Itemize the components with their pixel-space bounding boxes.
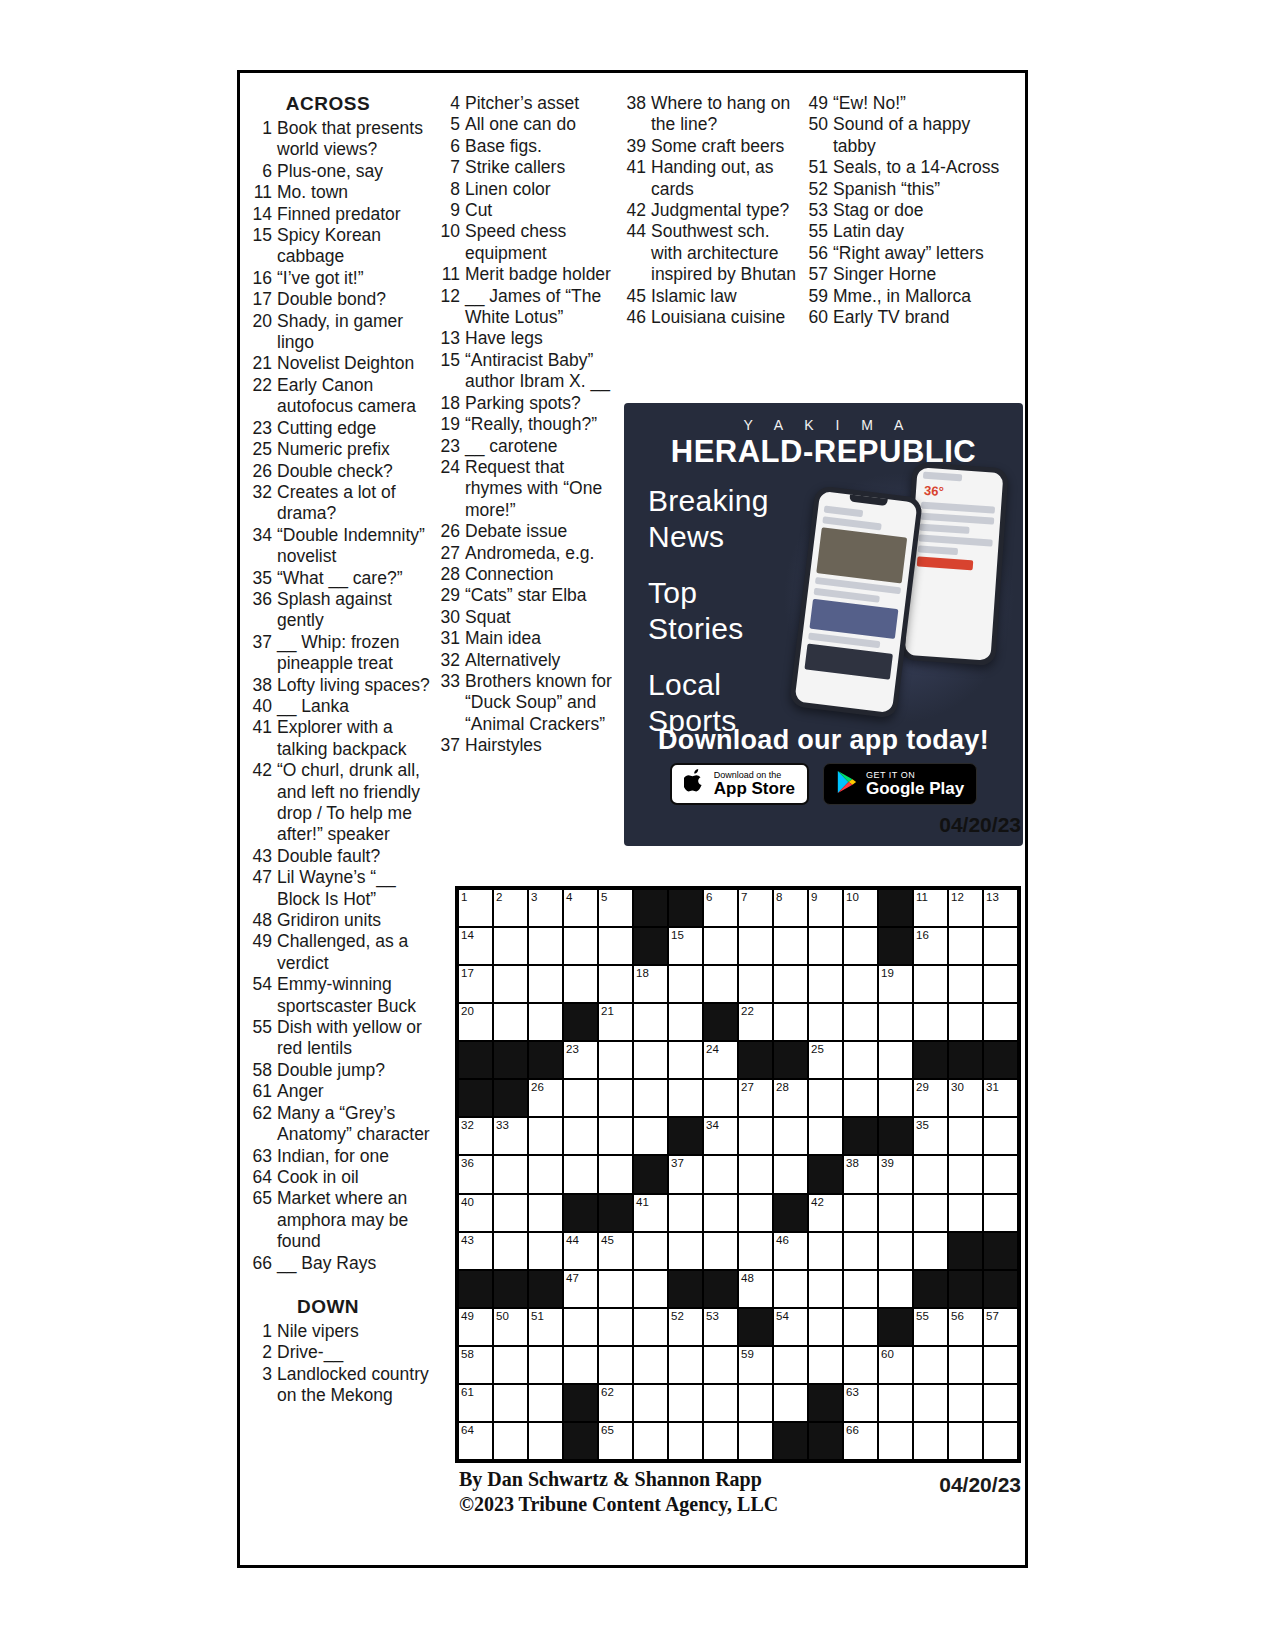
- clue-31: 31Main idea: [438, 628, 620, 649]
- cell-number: 12: [951, 890, 964, 904]
- grid-cell[interactable]: 51: [528, 1308, 563, 1346]
- clue-text: Alternatively: [465, 650, 620, 671]
- grid-cell[interactable]: 17: [458, 965, 493, 1003]
- grid-cell[interactable]: [633, 1117, 668, 1155]
- grid-cell[interactable]: [703, 1194, 738, 1232]
- grid-cell[interactable]: 65: [598, 1422, 633, 1460]
- cell-number: 34: [706, 1118, 719, 1132]
- grid-cell[interactable]: 23: [563, 1041, 598, 1079]
- clue-text: Some craft beers: [651, 136, 804, 157]
- grid-cell[interactable]: [843, 1194, 878, 1232]
- grid-cell[interactable]: 39: [878, 1155, 913, 1193]
- grid-cell[interactable]: [528, 1346, 563, 1384]
- grid-cell[interactable]: 61: [458, 1384, 493, 1422]
- grid-cell[interactable]: [668, 1003, 703, 1041]
- grid-cell[interactable]: [703, 965, 738, 1003]
- grid-cell[interactable]: [738, 1422, 773, 1460]
- grid-cell[interactable]: 2: [493, 889, 528, 927]
- grid-cell[interactable]: [843, 1346, 878, 1384]
- clue-text: Seals, to a 14-Across: [833, 157, 1011, 178]
- clue-text: Spanish “this”: [833, 179, 1011, 200]
- grid-cell[interactable]: [633, 1003, 668, 1041]
- grid-cell[interactable]: 33: [493, 1117, 528, 1155]
- grid-cell[interactable]: [528, 1155, 563, 1193]
- grid-cell[interactable]: 26: [528, 1079, 563, 1117]
- grid-cell[interactable]: 41: [633, 1194, 668, 1232]
- grid-cell[interactable]: [808, 927, 843, 965]
- grid-cell[interactable]: [563, 1155, 598, 1193]
- grid-cell[interactable]: 5: [598, 889, 633, 927]
- clue-44: 44Southwest sch. with architecture inspi…: [624, 221, 804, 285]
- black-cell: [983, 1041, 1018, 1079]
- grid-cell[interactable]: [878, 1270, 913, 1308]
- clue-number: 53: [806, 200, 833, 221]
- grid-cell[interactable]: [808, 1270, 843, 1308]
- cell-number: 38: [846, 1156, 859, 1170]
- grid-cell[interactable]: [528, 927, 563, 965]
- grid-cell[interactable]: [738, 1384, 773, 1422]
- grid-cell[interactable]: [773, 1155, 808, 1193]
- clue-19: 19“Really, though?”: [438, 414, 620, 435]
- grid-cell[interactable]: [668, 965, 703, 1003]
- grid-cell[interactable]: 46: [773, 1232, 808, 1270]
- cell-number: 51: [531, 1309, 544, 1323]
- grid-cell[interactable]: 20: [458, 1003, 493, 1041]
- black-cell: [913, 1270, 948, 1308]
- clue-number: 15: [438, 350, 465, 393]
- news-photo-block: [804, 643, 893, 679]
- clue-column-4: 49“Ew! No!”50Sound of a happy tabby51Sea…: [806, 93, 1011, 328]
- across-header: ACROSS: [250, 93, 406, 115]
- grid-cell[interactable]: [493, 1422, 528, 1460]
- grid-cell[interactable]: [913, 965, 948, 1003]
- grid-cell[interactable]: [633, 1422, 668, 1460]
- grid-cell[interactable]: [808, 1232, 843, 1270]
- clue-number: 16: [250, 268, 277, 289]
- grid-cell[interactable]: 31: [983, 1079, 1018, 1117]
- grid-cell[interactable]: [703, 1155, 738, 1193]
- clue-number: 30: [438, 607, 465, 628]
- grid-cell[interactable]: [913, 1155, 948, 1193]
- cell-number: 28: [776, 1080, 789, 1094]
- clue-number: 32: [250, 482, 277, 525]
- grid-cell[interactable]: [563, 1117, 598, 1155]
- grid-cell[interactable]: [983, 1117, 1018, 1155]
- black-cell: [808, 1155, 843, 1193]
- clue-17: 17Double bond?: [250, 289, 434, 310]
- cell-number: 32: [461, 1118, 474, 1132]
- grid-cell[interactable]: 7: [738, 889, 773, 927]
- grid-cell[interactable]: [633, 1270, 668, 1308]
- grid-cell[interactable]: 42: [808, 1194, 843, 1232]
- grid-cell[interactable]: [913, 1194, 948, 1232]
- cell-number: 59: [741, 1347, 754, 1361]
- clue-16: 16“I’ve got it!”: [250, 268, 434, 289]
- ad-feature-list: Breaking NewsTop StoriesLocal Sports: [648, 483, 769, 759]
- black-cell: [563, 1194, 598, 1232]
- grid-cell[interactable]: [493, 1346, 528, 1384]
- clue-62: 62Many a “Grey’s Anatomy” character: [250, 1103, 434, 1146]
- app-store-badge[interactable]: Download on the App Store: [670, 763, 809, 805]
- grid-cell[interactable]: 15: [668, 927, 703, 965]
- clue-text: Double jump?: [277, 1060, 434, 1081]
- grid-cell[interactable]: 59: [738, 1346, 773, 1384]
- grid-cell[interactable]: [843, 1270, 878, 1308]
- grid-cell[interactable]: [773, 1117, 808, 1155]
- clue-number: 51: [806, 157, 833, 178]
- clue-column-3: 38Where to hang on the line?39Some craft…: [624, 93, 804, 328]
- grid-cell[interactable]: 64: [458, 1422, 493, 1460]
- clue-1: 1Book that presents world views?: [250, 118, 434, 161]
- grid-cell[interactable]: 18: [633, 965, 668, 1003]
- grid-cell[interactable]: [633, 1384, 668, 1422]
- grid-cell[interactable]: [948, 1422, 983, 1460]
- grid-cell[interactable]: [703, 1346, 738, 1384]
- grid-cell[interactable]: 35: [913, 1117, 948, 1155]
- clue-41: 41Handing out, as cards: [624, 157, 804, 200]
- clue-29: 29“Cats” star Elba: [438, 585, 620, 606]
- cell-number: 50: [496, 1309, 509, 1323]
- clue-40: 40__ Lanka: [250, 696, 434, 717]
- grid-cell[interactable]: [983, 1422, 1018, 1460]
- cell-number: 62: [601, 1385, 614, 1399]
- grid-cell[interactable]: [598, 1041, 633, 1079]
- clue-text: Numeric prefix: [277, 439, 434, 460]
- grid-cell[interactable]: 63: [843, 1384, 878, 1422]
- grid-cell[interactable]: [528, 1003, 563, 1041]
- grid-cell[interactable]: [528, 1194, 563, 1232]
- grid-cell[interactable]: 55: [913, 1308, 948, 1346]
- grid-cell[interactable]: 66: [843, 1422, 878, 1460]
- cell-number: 41: [636, 1195, 649, 1209]
- grid-cell[interactable]: 11: [913, 889, 948, 927]
- grid-cell[interactable]: 8: [773, 889, 808, 927]
- grid-cell[interactable]: [878, 1384, 913, 1422]
- grid-cell[interactable]: [738, 1117, 773, 1155]
- clue-text: Southwest sch. with architecture inspire…: [651, 221, 804, 285]
- black-cell: [668, 889, 703, 927]
- grid-cell[interactable]: [703, 1232, 738, 1270]
- cell-number: 3: [531, 890, 537, 904]
- grid-cell[interactable]: [633, 1079, 668, 1117]
- clue-38: 38Lofty living spaces?: [250, 675, 434, 696]
- cell-number: 30: [951, 1080, 964, 1094]
- grid-cell[interactable]: [528, 1232, 563, 1270]
- grid-cell[interactable]: [878, 1232, 913, 1270]
- grid-cell[interactable]: [563, 1079, 598, 1117]
- clue-number: 66: [250, 1253, 277, 1274]
- grid-cell[interactable]: [738, 927, 773, 965]
- grid-cell[interactable]: [948, 1346, 983, 1384]
- grid-cell[interactable]: [983, 1384, 1018, 1422]
- grid-cell[interactable]: [598, 927, 633, 965]
- grid-cell[interactable]: 58: [458, 1346, 493, 1384]
- grid-cell[interactable]: [738, 1194, 773, 1232]
- grid-cell[interactable]: [493, 965, 528, 1003]
- grid-cell[interactable]: [773, 1384, 808, 1422]
- grid-cell[interactable]: [843, 1308, 878, 1346]
- black-cell: [633, 889, 668, 927]
- clue-6: 6Plus-one, say: [250, 161, 434, 182]
- clue-text: Islamic law: [651, 286, 804, 307]
- grid-cell[interactable]: 34: [703, 1117, 738, 1155]
- grid-cell[interactable]: [808, 1346, 843, 1384]
- cell-number: 57: [986, 1309, 999, 1323]
- clue-23: 23Cutting edge: [250, 418, 434, 439]
- grid-cell[interactable]: 30: [948, 1079, 983, 1117]
- grid-cell[interactable]: [878, 1079, 913, 1117]
- clue-number: 11: [438, 264, 465, 285]
- grid-cell[interactable]: [913, 1232, 948, 1270]
- grid-cell[interactable]: 4: [563, 889, 598, 927]
- cell-number: 66: [846, 1423, 859, 1437]
- grid-cell[interactable]: [843, 1079, 878, 1117]
- clue-text: “Right away” letters: [833, 243, 1011, 264]
- clue-number: 2: [250, 1342, 277, 1363]
- grid-cell[interactable]: [983, 1155, 1018, 1193]
- clue-42: 42“O churl, drunk all, and left no frien…: [250, 760, 434, 846]
- badge-line2: App Store: [714, 780, 795, 798]
- grid-cell[interactable]: [948, 1003, 983, 1041]
- grid-cell[interactable]: 57: [983, 1308, 1018, 1346]
- grid-cell[interactable]: [738, 965, 773, 1003]
- grid-cell[interactable]: 9: [808, 889, 843, 927]
- grid-cell[interactable]: [983, 1194, 1018, 1232]
- grid-cell[interactable]: [493, 1232, 528, 1270]
- grid-cell[interactable]: 1: [458, 889, 493, 927]
- grid-cell[interactable]: 3: [528, 889, 563, 927]
- clue-26: 26Double check?: [250, 461, 434, 482]
- grid-cell[interactable]: [808, 1003, 843, 1041]
- grid-cell[interactable]: [528, 1117, 563, 1155]
- clue-number: 33: [438, 671, 465, 735]
- grid-cell[interactable]: [563, 965, 598, 1003]
- grid-cell[interactable]: [633, 1232, 668, 1270]
- black-cell: [563, 1003, 598, 1041]
- grid-cell[interactable]: [773, 1270, 808, 1308]
- grid-cell[interactable]: 29: [913, 1079, 948, 1117]
- grid-cell[interactable]: 44: [563, 1232, 598, 1270]
- clue-text: Louisiana cuisine: [651, 307, 804, 328]
- grid-cell[interactable]: [703, 1422, 738, 1460]
- clue-50: 50Sound of a happy tabby: [806, 114, 1011, 157]
- grid-cell[interactable]: [633, 1346, 668, 1384]
- grid-cell[interactable]: 49: [458, 1308, 493, 1346]
- clue-column-1: ACROSS 1Book that presents world views?6…: [250, 93, 434, 1407]
- grid-cell[interactable]: [598, 1155, 633, 1193]
- grid-cell[interactable]: [878, 1422, 913, 1460]
- grid-cell[interactable]: 48: [738, 1270, 773, 1308]
- grid-cell[interactable]: [528, 965, 563, 1003]
- black-cell: [983, 1270, 1018, 1308]
- clue-number: 49: [806, 93, 833, 114]
- grid-cell[interactable]: [668, 1422, 703, 1460]
- clue-26: 26Debate issue: [438, 521, 620, 542]
- grid-cell[interactable]: [703, 927, 738, 965]
- clue-36: 36Splash against gently: [250, 589, 434, 632]
- grid-cell[interactable]: 32: [458, 1117, 493, 1155]
- grid-cell[interactable]: 24: [703, 1041, 738, 1079]
- grid-cell[interactable]: 54: [773, 1308, 808, 1346]
- grid-cell[interactable]: [878, 1041, 913, 1079]
- grid-cell[interactable]: [563, 927, 598, 965]
- grid-cell[interactable]: [878, 1194, 913, 1232]
- cell-number: 9: [811, 890, 817, 904]
- grid-cell[interactable]: [668, 1384, 703, 1422]
- grid-cell[interactable]: [948, 1194, 983, 1232]
- grid-cell[interactable]: [528, 1384, 563, 1422]
- grid-cell[interactable]: 13: [983, 889, 1018, 927]
- grid-cell[interactable]: [773, 927, 808, 965]
- grid-cell[interactable]: [668, 1041, 703, 1079]
- grid-cell[interactable]: 45: [598, 1232, 633, 1270]
- grid-cell[interactable]: [948, 965, 983, 1003]
- clue-text: Plus-one, say: [277, 161, 434, 182]
- grid-cell[interactable]: 19: [878, 965, 913, 1003]
- grid-cell[interactable]: [493, 927, 528, 965]
- grid-cell[interactable]: [598, 1270, 633, 1308]
- black-cell: [843, 1117, 878, 1155]
- cell-number: 18: [636, 966, 649, 980]
- grid-cell[interactable]: 21: [598, 1003, 633, 1041]
- grid-cell[interactable]: [913, 1346, 948, 1384]
- grid-cell[interactable]: [948, 927, 983, 965]
- grid-cell[interactable]: 28: [773, 1079, 808, 1117]
- clue-text: All one can do: [465, 114, 620, 135]
- grid-cell[interactable]: [598, 965, 633, 1003]
- grid-cell[interactable]: [598, 1346, 633, 1384]
- grid-cell[interactable]: [773, 1346, 808, 1384]
- clue-text: Stag or doe: [833, 200, 1011, 221]
- grid-cell[interactable]: 10: [843, 889, 878, 927]
- grid-cell[interactable]: [983, 1003, 1018, 1041]
- grid-cell[interactable]: [668, 1079, 703, 1117]
- black-cell: [878, 927, 913, 965]
- grid-cell[interactable]: [843, 1003, 878, 1041]
- clue-number: 21: [250, 353, 277, 374]
- grid-cell[interactable]: 50: [493, 1308, 528, 1346]
- clue-text: Cook in oil: [277, 1167, 434, 1188]
- grid-cell[interactable]: 56: [948, 1308, 983, 1346]
- grid-cell[interactable]: 16: [913, 927, 948, 965]
- grid-cell[interactable]: [843, 965, 878, 1003]
- grid-cell[interactable]: [563, 1346, 598, 1384]
- grid-cell[interactable]: [703, 1384, 738, 1422]
- grid-cell[interactable]: [808, 1079, 843, 1117]
- clue-text: Speed chess equipment: [465, 221, 620, 264]
- grid-cell[interactable]: [668, 1232, 703, 1270]
- grid-cell[interactable]: [843, 927, 878, 965]
- grid-cell[interactable]: [913, 1422, 948, 1460]
- grid-cell[interactable]: 38: [843, 1155, 878, 1193]
- grid-cell[interactable]: [808, 965, 843, 1003]
- clue-3: 3Landlocked country on the Mekong: [250, 1364, 434, 1407]
- clue-43: 43Double fault?: [250, 846, 434, 867]
- clue-11: 11Merit badge holder: [438, 264, 620, 285]
- grid-cell[interactable]: [528, 1422, 563, 1460]
- grid-cell[interactable]: [948, 1155, 983, 1193]
- grid-cell[interactable]: [948, 1117, 983, 1155]
- grid-cell[interactable]: 25: [808, 1041, 843, 1079]
- clue-number: 22: [250, 375, 277, 418]
- grid-cell[interactable]: 62: [598, 1384, 633, 1422]
- grid-cell[interactable]: [878, 1003, 913, 1041]
- google-play-badge[interactable]: GET IT ON Google Play: [823, 763, 977, 805]
- clue-41: 41Explorer with a talking backpack: [250, 717, 434, 760]
- grid-cell[interactable]: [843, 1232, 878, 1270]
- grid-cell[interactable]: 14: [458, 927, 493, 965]
- down-clue-list-2: 4Pitcher’s asset5All one can do6Base fig…: [438, 93, 620, 757]
- grid-cell[interactable]: [948, 1384, 983, 1422]
- grid-cell[interactable]: 6: [703, 889, 738, 927]
- newspaper-app-ad: Y A K I M A HERALD-REPUBLIC Breaking New…: [624, 403, 1023, 846]
- grid-cell[interactable]: [703, 1079, 738, 1117]
- grid-cell[interactable]: [773, 965, 808, 1003]
- grid-cell[interactable]: [598, 1079, 633, 1117]
- grid-cell[interactable]: [493, 1194, 528, 1232]
- grid-cell[interactable]: [493, 1155, 528, 1193]
- grid-cell[interactable]: [808, 1117, 843, 1155]
- grid-cell[interactable]: 22: [738, 1003, 773, 1041]
- clue-text: Request that rhymes with “One more!”: [465, 457, 620, 521]
- grid-cell[interactable]: 36: [458, 1155, 493, 1193]
- ad-feature: Top Stories: [648, 575, 769, 647]
- grid-cell[interactable]: 27: [738, 1079, 773, 1117]
- clue-number: 8: [438, 179, 465, 200]
- grid-cell[interactable]: [983, 1346, 1018, 1384]
- clue-34: 34“Double Indemnity” novelist: [250, 525, 434, 568]
- grid-cell[interactable]: 40: [458, 1194, 493, 1232]
- grid-cell[interactable]: [563, 1308, 598, 1346]
- grid-cell[interactable]: [668, 1194, 703, 1232]
- grid-cell[interactable]: [843, 1041, 878, 1079]
- grid-cell[interactable]: 43: [458, 1232, 493, 1270]
- grid-cell[interactable]: [493, 1384, 528, 1422]
- grid-cell[interactable]: 12: [948, 889, 983, 927]
- grid-cell[interactable]: [983, 965, 1018, 1003]
- clue-number: 18: [438, 393, 465, 414]
- clue-text: Cutting edge: [277, 418, 434, 439]
- grid-cell[interactable]: 37: [668, 1155, 703, 1193]
- grid-cell[interactable]: [668, 1346, 703, 1384]
- clue-text: Many a “Grey’s Anatomy” character: [277, 1103, 434, 1146]
- grid-cell[interactable]: 60: [878, 1346, 913, 1384]
- clue-number: 49: [250, 931, 277, 974]
- grid-cell[interactable]: [913, 1003, 948, 1041]
- grid-cell[interactable]: [633, 1041, 668, 1079]
- clue-10: 10Speed chess equipment: [438, 221, 620, 264]
- clue-number: 1: [250, 1321, 277, 1342]
- grid-cell[interactable]: 52: [668, 1308, 703, 1346]
- clue-4: 4Pitcher’s asset: [438, 93, 620, 114]
- clue-number: 5: [438, 114, 465, 135]
- grid-cell[interactable]: [598, 1117, 633, 1155]
- clue-number: 34: [250, 525, 277, 568]
- grid-cell[interactable]: [738, 1232, 773, 1270]
- grid-cell[interactable]: 53: [703, 1308, 738, 1346]
- grid-cell[interactable]: [598, 1308, 633, 1346]
- grid-cell[interactable]: [738, 1155, 773, 1193]
- grid-cell[interactable]: [773, 1003, 808, 1041]
- grid-cell[interactable]: [983, 927, 1018, 965]
- grid-cell[interactable]: 47: [563, 1270, 598, 1308]
- clue-1: 1Nile vipers: [250, 1321, 434, 1342]
- grid-cell[interactable]: [913, 1384, 948, 1422]
- grid-cell[interactable]: [493, 1003, 528, 1041]
- grid-cell[interactable]: [633, 1308, 668, 1346]
- grid-cell[interactable]: [808, 1308, 843, 1346]
- clue-37: 37Hairstyles: [438, 735, 620, 756]
